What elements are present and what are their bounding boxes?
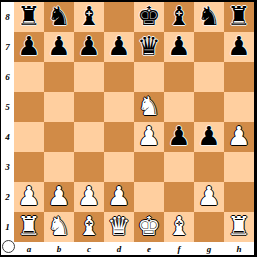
piece-white-rook-a1[interactable]: ♜ <box>14 212 44 242</box>
square-b8[interactable]: ♞ <box>44 2 74 32</box>
piece-white-pawn-g2[interactable]: ♟ <box>194 182 224 212</box>
square-b2[interactable]: ♟ <box>44 182 74 212</box>
square-h1[interactable]: ♜ <box>224 212 254 242</box>
square-h5[interactable] <box>224 92 254 122</box>
square-a1[interactable]: ♜ <box>14 212 44 242</box>
piece-black-pawn-g4[interactable]: ♟ <box>194 122 224 152</box>
square-e5[interactable]: ♞ <box>134 92 164 122</box>
rank-label-5: 5 <box>1 92 14 122</box>
chess-board: ♜♞♝♚♝♞♜♟♟♟♟♛♟♟♞♟♟♟♟♟♟♟♟♟♜♞♝♛♚♝♜ <box>14 2 254 242</box>
square-c4[interactable] <box>74 122 104 152</box>
square-d5[interactable] <box>104 92 134 122</box>
square-b7[interactable]: ♟ <box>44 32 74 62</box>
rank-label-1: 1 <box>1 212 14 242</box>
square-a6[interactable] <box>14 62 44 92</box>
rank-label-8: 8 <box>1 2 14 32</box>
piece-white-bishop-c1[interactable]: ♝ <box>74 212 104 242</box>
file-label-e: e <box>134 243 164 256</box>
piece-white-pawn-d2[interactable]: ♟ <box>104 182 134 212</box>
piece-black-pawn-c7[interactable]: ♟ <box>74 32 104 62</box>
square-d3[interactable] <box>104 152 134 182</box>
piece-white-rook-h1[interactable]: ♜ <box>224 212 254 242</box>
square-c5[interactable] <box>74 92 104 122</box>
chessboard-frame: ♜♞♝♚♝♞♜♟♟♟♟♛♟♟♞♟♟♟♟♟♟♟♟♟♜♞♝♛♚♝♜ 87654321… <box>0 0 257 257</box>
piece-black-pawn-d7[interactable]: ♟ <box>104 32 134 62</box>
square-a3[interactable] <box>14 152 44 182</box>
piece-white-pawn-a2[interactable]: ♟ <box>14 182 44 212</box>
square-e8[interactable]: ♚ <box>134 2 164 32</box>
square-c8[interactable]: ♝ <box>74 2 104 32</box>
rank-label-4: 4 <box>1 122 14 152</box>
square-b3[interactable] <box>44 152 74 182</box>
square-h4[interactable]: ♟ <box>224 122 254 152</box>
square-g1[interactable] <box>194 212 224 242</box>
square-a5[interactable] <box>14 92 44 122</box>
piece-white-queen-d1[interactable]: ♛ <box>104 212 134 242</box>
piece-black-pawn-h7[interactable]: ♟ <box>224 32 254 62</box>
square-a8[interactable]: ♜ <box>14 2 44 32</box>
square-f2[interactable] <box>164 182 194 212</box>
square-g5[interactable] <box>194 92 224 122</box>
square-f7[interactable]: ♟ <box>164 32 194 62</box>
square-c3[interactable] <box>74 152 104 182</box>
rank-label-7: 7 <box>1 32 14 62</box>
square-h3[interactable] <box>224 152 254 182</box>
square-d1[interactable]: ♛ <box>104 212 134 242</box>
square-d8[interactable] <box>104 2 134 32</box>
square-c2[interactable]: ♟ <box>74 182 104 212</box>
piece-white-bishop-f1[interactable]: ♝ <box>164 212 194 242</box>
square-e4[interactable]: ♟ <box>134 122 164 152</box>
square-g7[interactable] <box>194 32 224 62</box>
file-label-f: f <box>164 243 194 256</box>
square-f3[interactable] <box>164 152 194 182</box>
piece-black-pawn-a7[interactable]: ♟ <box>14 32 44 62</box>
white-to-move-indicator <box>2 240 15 253</box>
square-e6[interactable] <box>134 62 164 92</box>
square-f4[interactable]: ♟ <box>164 122 194 152</box>
piece-black-knight-g8[interactable]: ♞ <box>194 2 224 32</box>
square-h6[interactable] <box>224 62 254 92</box>
piece-white-knight-b1[interactable]: ♞ <box>44 212 74 242</box>
piece-black-pawn-b7[interactable]: ♟ <box>44 32 74 62</box>
square-h7[interactable]: ♟ <box>224 32 254 62</box>
square-e7[interactable]: ♛ <box>134 32 164 62</box>
piece-black-rook-a8[interactable]: ♜ <box>14 2 44 32</box>
square-f5[interactable] <box>164 92 194 122</box>
square-a2[interactable]: ♟ <box>14 182 44 212</box>
square-g2[interactable]: ♟ <box>194 182 224 212</box>
square-f8[interactable]: ♝ <box>164 2 194 32</box>
piece-black-pawn-f4[interactable]: ♟ <box>164 122 194 152</box>
square-g6[interactable] <box>194 62 224 92</box>
file-label-d: d <box>104 243 134 256</box>
piece-white-king-e1[interactable]: ♚ <box>134 212 164 242</box>
piece-white-pawn-b2[interactable]: ♟ <box>44 182 74 212</box>
square-h2[interactable] <box>224 182 254 212</box>
square-d6[interactable] <box>104 62 134 92</box>
piece-white-knight-e5[interactable]: ♞ <box>134 92 164 122</box>
piece-black-king-e8[interactable]: ♚ <box>134 2 164 32</box>
square-g3[interactable] <box>194 152 224 182</box>
file-label-g: g <box>194 243 224 256</box>
piece-black-rook-h8[interactable]: ♜ <box>224 2 254 32</box>
piece-black-bishop-c8[interactable]: ♝ <box>74 2 104 32</box>
piece-white-pawn-c2[interactable]: ♟ <box>74 182 104 212</box>
square-a4[interactable] <box>14 122 44 152</box>
square-f6[interactable] <box>164 62 194 92</box>
piece-white-pawn-h4[interactable]: ♟ <box>224 122 254 152</box>
square-b4[interactable] <box>44 122 74 152</box>
piece-white-pawn-e4[interactable]: ♟ <box>134 122 164 152</box>
rank-label-2: 2 <box>1 182 14 212</box>
file-label-h: h <box>224 243 254 256</box>
square-c1[interactable]: ♝ <box>74 212 104 242</box>
square-b6[interactable] <box>44 62 74 92</box>
file-label-c: c <box>74 243 104 256</box>
square-g4[interactable]: ♟ <box>194 122 224 152</box>
file-label-b: b <box>44 243 74 256</box>
square-b5[interactable] <box>44 92 74 122</box>
piece-black-pawn-f7[interactable]: ♟ <box>164 32 194 62</box>
square-g8[interactable]: ♞ <box>194 2 224 32</box>
rank-label-3: 3 <box>1 152 14 182</box>
square-c7[interactable]: ♟ <box>74 32 104 62</box>
piece-black-knight-b8[interactable]: ♞ <box>44 2 74 32</box>
square-d2[interactable]: ♟ <box>104 182 134 212</box>
square-e3[interactable] <box>134 152 164 182</box>
square-e2[interactable] <box>134 182 164 212</box>
square-a7[interactable]: ♟ <box>14 32 44 62</box>
piece-black-bishop-f8[interactable]: ♝ <box>164 2 194 32</box>
square-e1[interactable]: ♚ <box>134 212 164 242</box>
rank-label-6: 6 <box>1 62 14 92</box>
piece-black-queen-e7[interactable]: ♛ <box>134 32 164 62</box>
square-d4[interactable] <box>104 122 134 152</box>
square-f1[interactable]: ♝ <box>164 212 194 242</box>
square-h8[interactable]: ♜ <box>224 2 254 32</box>
square-b1[interactable]: ♞ <box>44 212 74 242</box>
file-label-a: a <box>14 243 44 256</box>
square-c6[interactable] <box>74 62 104 92</box>
square-d7[interactable]: ♟ <box>104 32 134 62</box>
